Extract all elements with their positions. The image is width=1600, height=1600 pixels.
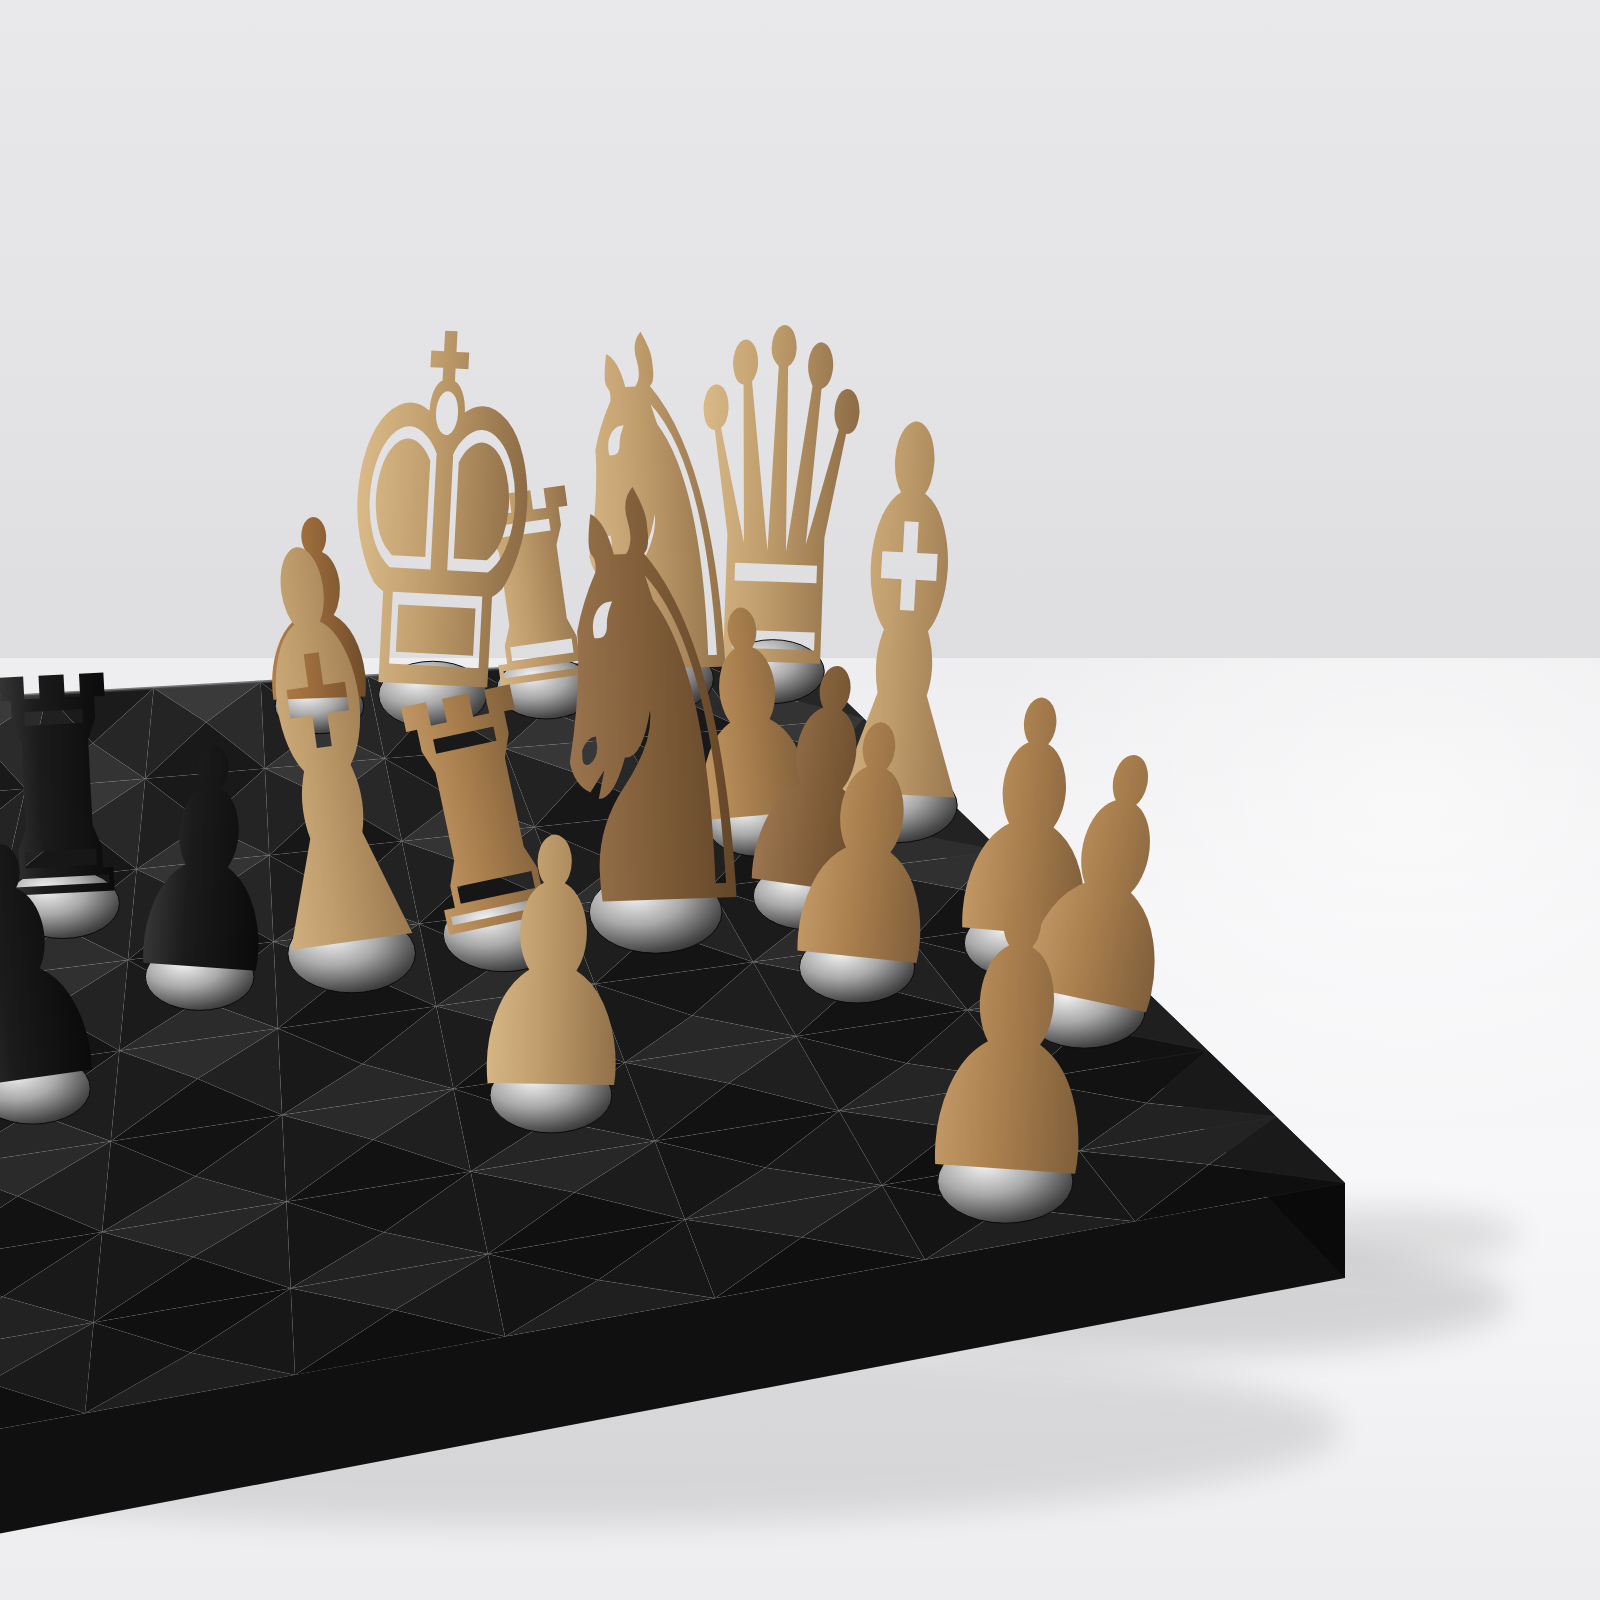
chessboard[interactable]: ♛♞♜♚♟♝♟♟♜♞♜♟♝♟♟♟♟♟♟ <box>0 0 1600 1600</box>
piece-white-pawn-g1[interactable]: ♟ <box>892 810 1136 1265</box>
pawn-glyph: ♟ <box>892 810 1136 1265</box>
product-photo-scene: ♛♞♜♚♟♝♟♟♜♞♜♟♝♟♟♟♟♟♟ <box>0 0 1600 1600</box>
piece-white-pawn-e3[interactable]: ♟ <box>453 765 653 1166</box>
pawn-glyph: ♟ <box>109 679 305 1044</box>
piece-black-pawn-c5[interactable]: ♟ <box>109 679 305 1044</box>
pawn-glyph: ♟ <box>453 765 653 1166</box>
